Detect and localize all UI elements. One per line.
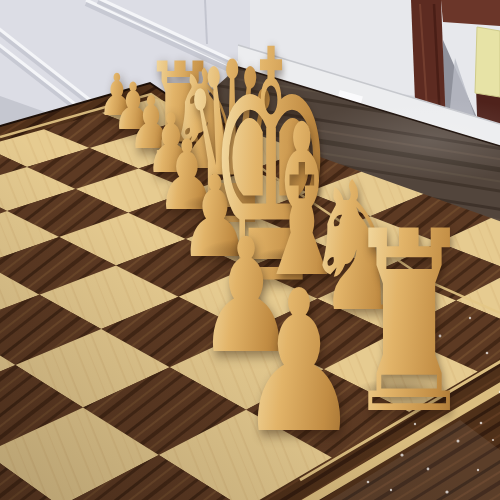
droplet xyxy=(477,469,479,471)
droplet xyxy=(367,481,370,484)
droplet xyxy=(492,439,494,441)
sticky-note xyxy=(475,27,500,97)
chair-rail xyxy=(441,0,500,26)
droplet xyxy=(390,489,392,491)
white-pawn-8[interactable]: ♟ xyxy=(237,264,360,460)
droplet xyxy=(486,352,489,355)
droplet xyxy=(480,422,483,425)
droplet xyxy=(445,490,448,493)
white-rook-2[interactable]: ♜ xyxy=(344,199,474,449)
chess-set-photo: ♟♟♟♜♞♟♟♛♟♚♝♞♟♜♟ xyxy=(0,0,500,500)
